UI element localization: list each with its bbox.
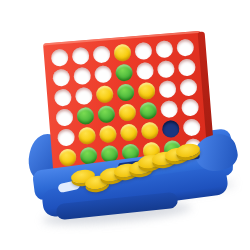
hole-r5c7	[183, 118, 201, 136]
hole-r4c2	[76, 107, 94, 125]
board-column-6[interactable]	[156, 79, 179, 100]
hole-r1c5	[134, 42, 152, 60]
board-column-4[interactable]	[111, 42, 134, 63]
board-column-5[interactable]	[135, 80, 158, 101]
board-column-3[interactable]	[97, 123, 120, 144]
hole-r2c6	[157, 60, 175, 78]
hole-r4c5	[139, 102, 157, 120]
hole-r5c2	[78, 126, 96, 144]
board-column-4[interactable]	[113, 62, 136, 83]
hole-r3c4	[117, 83, 135, 101]
hole-r5c5	[141, 121, 159, 139]
hole-r1c1	[51, 49, 69, 67]
board-column-4[interactable]	[118, 121, 141, 142]
board-column-7[interactable]	[176, 57, 199, 78]
board-column-1[interactable]	[55, 127, 78, 148]
hole-r5c3	[99, 125, 117, 143]
hole-r3c2	[75, 87, 93, 105]
board-column-5[interactable]	[137, 100, 160, 121]
board-column-3[interactable]	[95, 103, 118, 124]
hole-r5c1	[57, 128, 75, 146]
hole-r4c1	[55, 108, 73, 126]
board-column-4[interactable]	[114, 82, 137, 103]
hole-r3c3	[96, 85, 114, 103]
hole-r2c3	[94, 65, 112, 83]
board-column-2[interactable]	[73, 85, 96, 106]
hole-r1c6	[155, 41, 173, 59]
board-column-5[interactable]	[132, 41, 155, 62]
hole-r5c4	[120, 123, 138, 141]
board-column-2[interactable]	[69, 46, 92, 67]
board-column-6[interactable]	[159, 118, 182, 139]
hole-r3c6	[158, 80, 176, 98]
hole-r2c5	[136, 62, 154, 80]
hole-r6c2	[79, 146, 97, 164]
hole-r2c7	[178, 59, 196, 77]
hole-r5c6	[162, 120, 180, 138]
hole-r4c7	[181, 98, 199, 116]
hole-r4c3	[97, 105, 115, 123]
board-column-7[interactable]	[179, 97, 202, 118]
board-column-2[interactable]	[71, 66, 94, 87]
board-column-7[interactable]	[177, 77, 200, 98]
hole-r1c3	[92, 46, 110, 64]
board-column-4[interactable]	[116, 102, 139, 123]
board-column-2[interactable]	[76, 125, 99, 146]
board-column-3[interactable]	[92, 64, 115, 85]
hole-r2c4	[115, 64, 133, 82]
board-column-1[interactable]	[53, 107, 76, 128]
hole-r1c7	[176, 39, 194, 57]
hole-r6c1	[59, 148, 77, 166]
hole-r4c4	[118, 103, 136, 121]
board-column-1[interactable]	[50, 67, 73, 88]
board-column-6[interactable]	[155, 59, 178, 80]
hole-r3c1	[54, 89, 72, 107]
connect-four-product-photo	[0, 0, 250, 250]
board-column-7[interactable]	[180, 116, 203, 137]
board-column-2[interactable]	[74, 105, 97, 126]
board-column-1[interactable]	[52, 87, 75, 108]
board-column-3[interactable]	[90, 44, 113, 65]
hole-r3c7	[179, 78, 197, 96]
board-column-7[interactable]	[174, 37, 197, 58]
hole-r1c4	[113, 44, 131, 62]
board-column-1[interactable]	[48, 47, 71, 68]
hole-r2c2	[73, 67, 91, 85]
hole-r3c5	[137, 82, 155, 100]
hole-r4c6	[160, 100, 178, 118]
board-column-5[interactable]	[139, 120, 162, 141]
hole-r1c2	[72, 47, 90, 65]
board-column-5[interactable]	[134, 60, 157, 81]
hole-r2c1	[52, 69, 70, 87]
board-column-6[interactable]	[153, 39, 176, 60]
board-column-6[interactable]	[158, 98, 181, 119]
board-column-3[interactable]	[94, 84, 117, 105]
